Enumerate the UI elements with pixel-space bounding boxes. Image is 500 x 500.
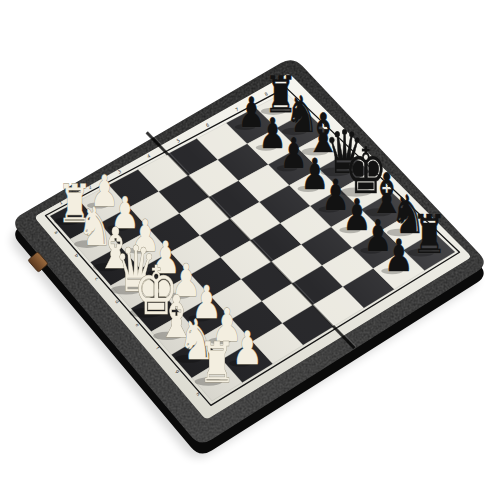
chess-set-product-photo: abcdefgh12345678♜♟♞♟♝♟♛♟♚♟♟♝♜♟♟♞♞♟♟♜♝♟♟♛…: [0, 0, 500, 500]
black-rook-h8: ♜: [411, 204, 446, 265]
chess-board-image: abcdefgh12345678♜♟♞♟♝♟♛♟♚♟♟♝♜♟♟♞♞♟♟♜♝♟♟♛…: [0, 0, 500, 500]
black-pawn-h7: ♟: [384, 230, 414, 281]
white-rook-h1: ♜: [198, 330, 235, 396]
white-pawn-h2: ♟: [232, 320, 263, 374]
